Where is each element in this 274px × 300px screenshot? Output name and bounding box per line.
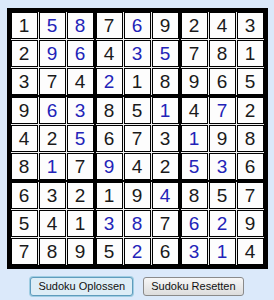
cell-r6c2[interactable]: 1	[39, 153, 66, 180]
cell-r4c3[interactable]: 3	[67, 97, 94, 124]
cell-r6c3[interactable]: 7	[67, 153, 94, 180]
cell-r6c8[interactable]: 3	[209, 153, 236, 180]
cell-r7c7[interactable]: 8	[181, 182, 208, 209]
sudoku-app: 1582963747694352182437819659634258178516…	[0, 0, 274, 300]
cell-r6c7[interactable]: 5	[181, 153, 208, 180]
cell-r4c2[interactable]: 6	[39, 97, 66, 124]
box-4: 963425817	[10, 96, 95, 181]
cell-r1c9[interactable]: 3	[237, 12, 264, 39]
cell-r9c3[interactable]: 9	[67, 238, 94, 265]
cell-r8c4[interactable]: 3	[96, 210, 123, 237]
cell-r2c6[interactable]: 5	[152, 40, 179, 67]
cell-r7c3[interactable]: 2	[67, 182, 94, 209]
cell-r6c6[interactable]: 2	[152, 153, 179, 180]
cell-r9c4[interactable]: 5	[96, 238, 123, 265]
cell-r4c6[interactable]: 1	[152, 97, 179, 124]
cell-r1c2[interactable]: 5	[39, 12, 66, 39]
cell-r5c5[interactable]: 7	[124, 125, 151, 152]
cell-r4c1[interactable]: 9	[11, 97, 38, 124]
cell-r2c4[interactable]: 4	[96, 40, 123, 67]
cell-r6c1[interactable]: 8	[11, 153, 38, 180]
cell-r8c6[interactable]: 7	[152, 210, 179, 237]
cell-r4c4[interactable]: 8	[96, 97, 123, 124]
cell-r8c9[interactable]: 9	[237, 210, 264, 237]
cell-r7c8[interactable]: 5	[209, 182, 236, 209]
cell-r2c2[interactable]: 9	[39, 40, 66, 67]
cell-r2c1[interactable]: 2	[11, 40, 38, 67]
cell-r7c9[interactable]: 7	[237, 182, 264, 209]
cell-r5c9[interactable]: 8	[237, 125, 264, 152]
cell-r1c1[interactable]: 1	[11, 12, 38, 39]
cell-r5c2[interactable]: 2	[39, 125, 66, 152]
box-6: 472198536	[180, 96, 265, 181]
cell-r8c5[interactable]: 8	[124, 210, 151, 237]
box-9: 857629314	[180, 181, 265, 266]
cell-r7c4[interactable]: 1	[96, 182, 123, 209]
cell-r2c7[interactable]: 7	[181, 40, 208, 67]
cell-r6c4[interactable]: 9	[96, 153, 123, 180]
box-5: 851673942	[95, 96, 180, 181]
cell-r3c5[interactable]: 1	[124, 68, 151, 95]
cell-r7c2[interactable]: 3	[39, 182, 66, 209]
cell-r2c5[interactable]: 3	[124, 40, 151, 67]
cell-r4c5[interactable]: 5	[124, 97, 151, 124]
cell-r4c9[interactable]: 2	[237, 97, 264, 124]
box-1: 158296374	[10, 11, 95, 96]
cell-r5c1[interactable]: 4	[11, 125, 38, 152]
cell-r3c9[interactable]: 5	[237, 68, 264, 95]
cell-r1c3[interactable]: 8	[67, 12, 94, 39]
cell-r6c5[interactable]: 4	[124, 153, 151, 180]
cell-r5c8[interactable]: 9	[209, 125, 236, 152]
cell-r7c1[interactable]: 6	[11, 182, 38, 209]
cell-r9c1[interactable]: 7	[11, 238, 38, 265]
cell-r8c7[interactable]: 6	[181, 210, 208, 237]
button-row: Sudoku Oplossen Sudoku Resetten	[0, 277, 274, 296]
cell-r5c6[interactable]: 3	[152, 125, 179, 152]
cell-r7c5[interactable]: 9	[124, 182, 151, 209]
cell-r2c3[interactable]: 6	[67, 40, 94, 67]
cell-r6c9[interactable]: 6	[237, 153, 264, 180]
solve-button[interactable]: Sudoku Oplossen	[30, 277, 133, 296]
cell-r7c6[interactable]: 4	[152, 182, 179, 209]
cell-r8c3[interactable]: 1	[67, 210, 94, 237]
box-8: 194387526	[95, 181, 180, 266]
box-2: 769435218	[95, 11, 180, 96]
cell-r5c7[interactable]: 1	[181, 125, 208, 152]
cell-r8c2[interactable]: 4	[39, 210, 66, 237]
cell-r9c9[interactable]: 4	[237, 238, 264, 265]
cell-r9c5[interactable]: 2	[124, 238, 151, 265]
cell-r5c3[interactable]: 5	[67, 125, 94, 152]
cell-r4c7[interactable]: 4	[181, 97, 208, 124]
cell-r3c8[interactable]: 6	[209, 68, 236, 95]
cell-r3c2[interactable]: 7	[39, 68, 66, 95]
cell-r1c6[interactable]: 9	[152, 12, 179, 39]
box-3: 243781965	[180, 11, 265, 96]
cell-r8c1[interactable]: 5	[11, 210, 38, 237]
cell-r1c5[interactable]: 6	[124, 12, 151, 39]
cell-r1c4[interactable]: 7	[96, 12, 123, 39]
cell-r3c1[interactable]: 3	[11, 68, 38, 95]
cell-r3c3[interactable]: 4	[67, 68, 94, 95]
cell-r8c8[interactable]: 2	[209, 210, 236, 237]
cell-r5c4[interactable]: 6	[96, 125, 123, 152]
cell-r9c7[interactable]: 3	[181, 238, 208, 265]
cell-r2c8[interactable]: 8	[209, 40, 236, 67]
cell-r4c8[interactable]: 7	[209, 97, 236, 124]
cell-r9c2[interactable]: 8	[39, 238, 66, 265]
cell-r1c8[interactable]: 4	[209, 12, 236, 39]
cell-r3c7[interactable]: 9	[181, 68, 208, 95]
cell-r9c6[interactable]: 6	[152, 238, 179, 265]
cell-r9c8[interactable]: 1	[209, 238, 236, 265]
reset-button[interactable]: Sudoku Resetten	[143, 277, 243, 296]
cell-r3c4[interactable]: 2	[96, 68, 123, 95]
box-7: 632541789	[10, 181, 95, 266]
cell-r1c7[interactable]: 2	[181, 12, 208, 39]
sudoku-board: 1582963747694352182437819659634258178516…	[7, 8, 268, 269]
cell-r3c6[interactable]: 8	[152, 68, 179, 95]
cell-r2c9[interactable]: 1	[237, 40, 264, 67]
